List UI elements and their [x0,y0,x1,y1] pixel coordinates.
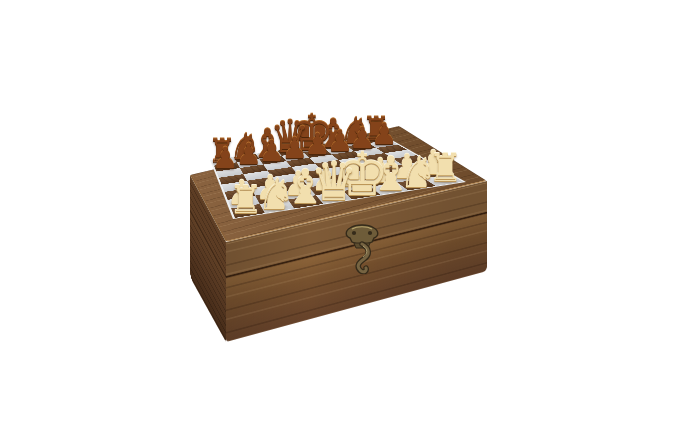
chess-box-product-photo: ♜♞♝♛♚♝♞♜♟♟♟♟♟♟♟♟♟♟♟♟♟♟♟♟♜♞♝♛♚♝♞♜ [0,0,680,425]
clasp-latch-icon [341,224,383,274]
